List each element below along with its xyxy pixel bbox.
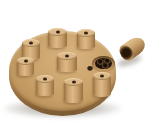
peg-hole <box>56 31 60 34</box>
treat-peg-ring-bottom[interactable] <box>64 78 83 103</box>
compartment-pit <box>95 58 112 69</box>
peg-top <box>64 78 83 86</box>
treat-peg-ring-left[interactable] <box>17 57 34 76</box>
vent-hole <box>87 66 93 71</box>
peg-top <box>36 75 54 83</box>
treat-peg-ring-lower-left[interactable] <box>36 75 54 96</box>
treat-peg-ring-top[interactable] <box>48 28 67 48</box>
peg-hole <box>43 78 47 81</box>
peg-top <box>57 52 77 60</box>
peg-hole <box>29 42 33 45</box>
treat-peg-ring-lower-right[interactable] <box>93 72 111 97</box>
peg-top <box>77 29 95 37</box>
peg-hole <box>72 81 76 84</box>
treat[interactable] <box>102 63 109 69</box>
peg-top <box>48 28 67 36</box>
peg-top <box>17 57 34 65</box>
peg-top <box>22 39 40 47</box>
peg-hole <box>100 75 104 78</box>
treat-peg-center[interactable] <box>57 52 77 72</box>
product-photo-scene <box>0 0 150 126</box>
peg-top <box>93 72 111 80</box>
peg-hole <box>65 55 69 58</box>
peg-hole <box>84 32 88 35</box>
open-compartment-ring-right[interactable] <box>92 56 115 72</box>
treat-peg-ring-upper-right[interactable] <box>77 29 95 49</box>
peg-hole <box>24 60 28 63</box>
